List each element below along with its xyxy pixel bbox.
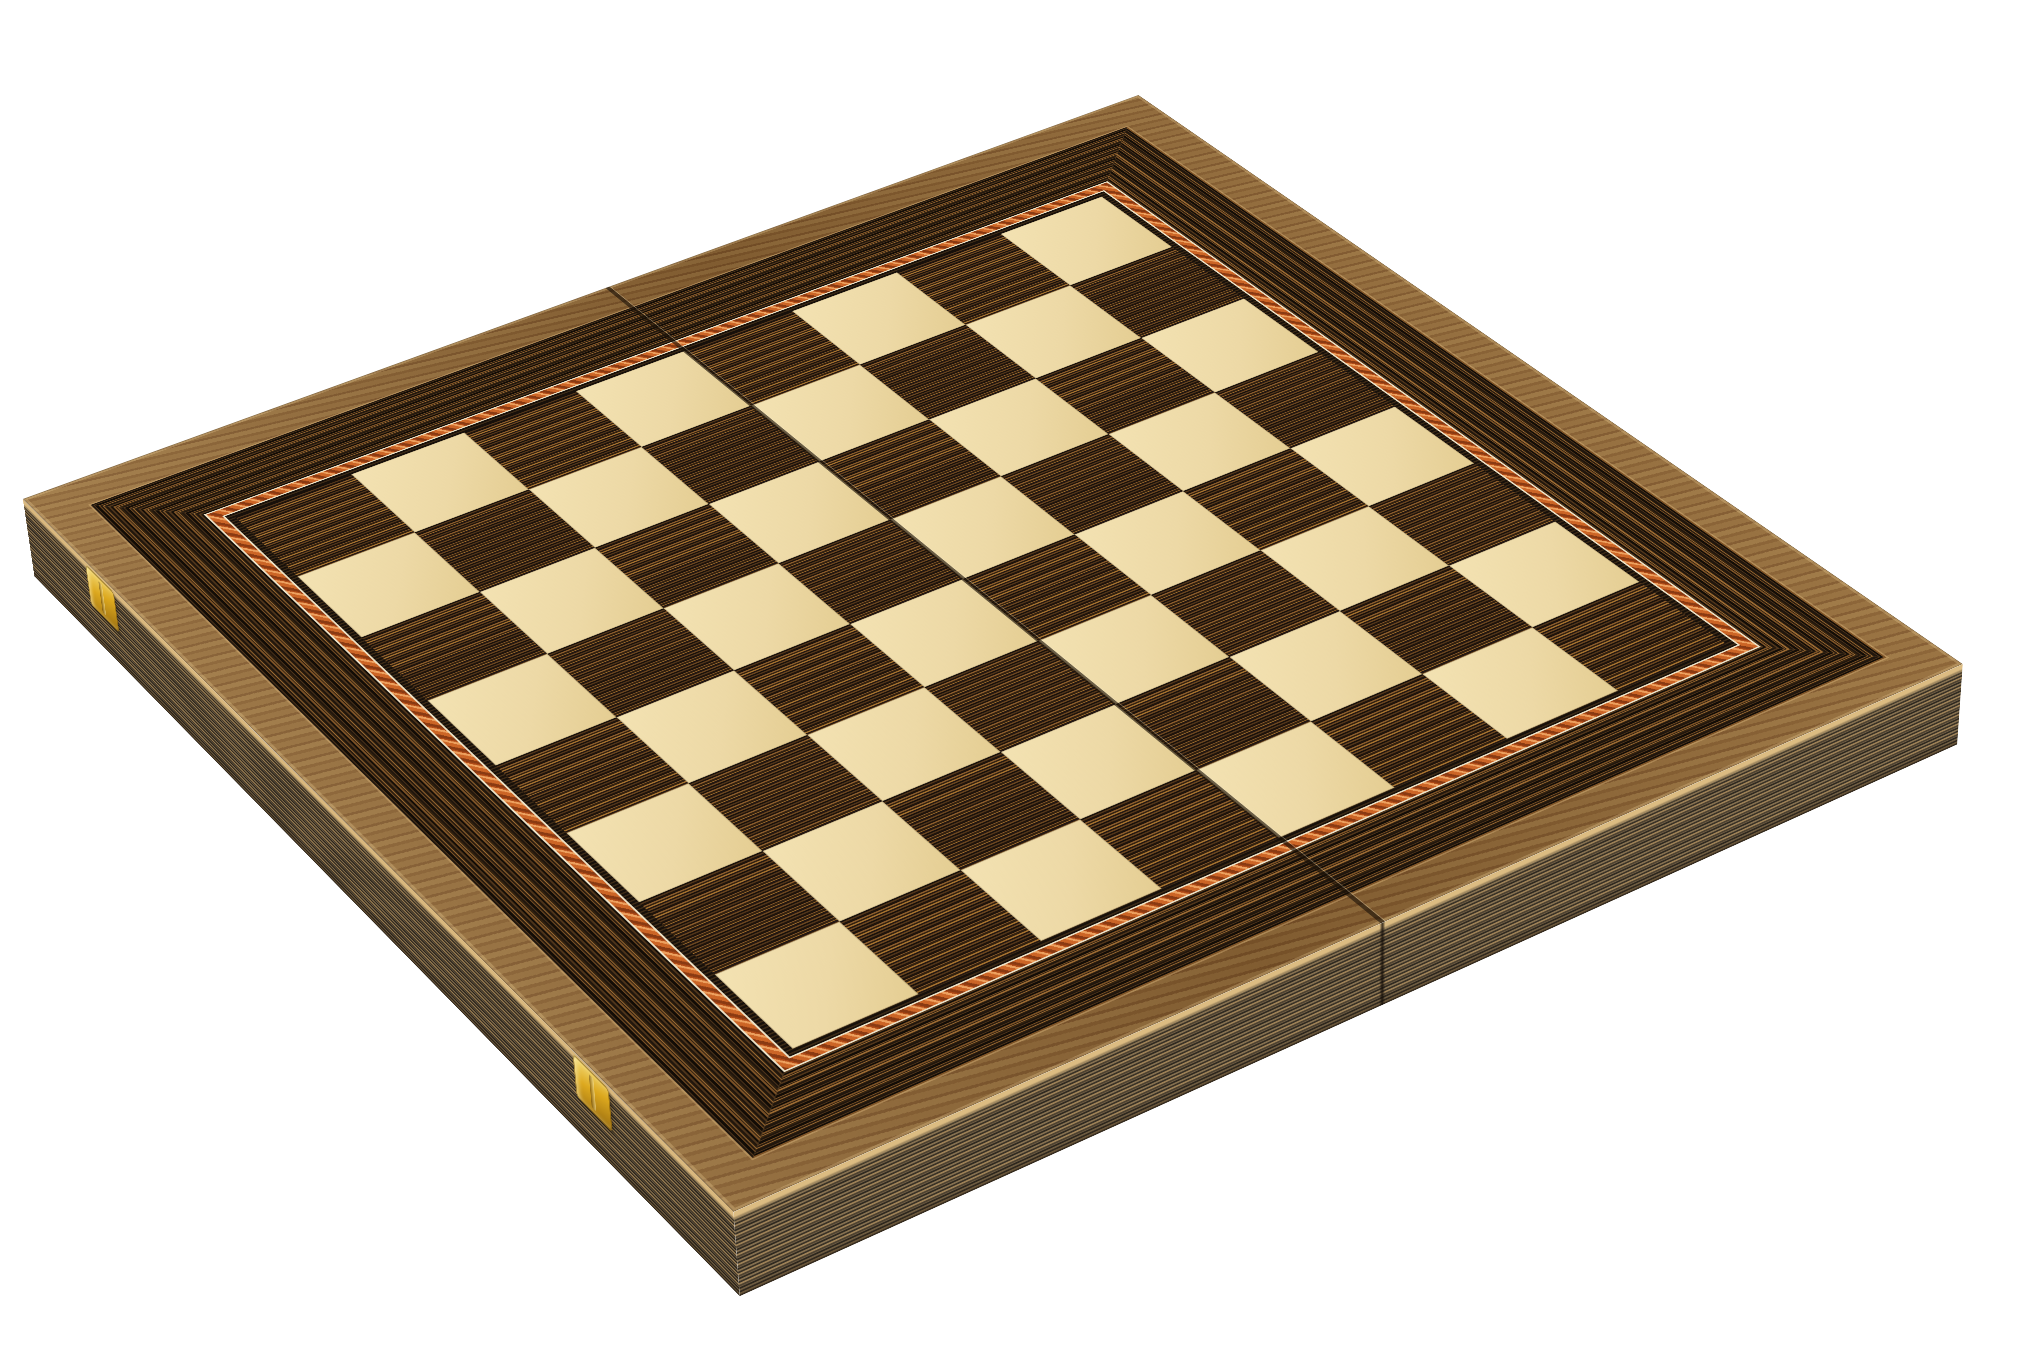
square-g2[interactable] <box>1340 566 1532 674</box>
scene <box>0 0 2044 1347</box>
square-a1[interactable] <box>715 922 919 1049</box>
square-b1[interactable] <box>839 870 1041 994</box>
square-h1[interactable] <box>1532 582 1726 691</box>
square-b3[interactable] <box>688 735 883 852</box>
square-b5[interactable] <box>547 608 734 717</box>
square-d4[interactable] <box>850 579 1039 687</box>
square-g1[interactable] <box>1422 627 1617 738</box>
square-e1[interactable] <box>1196 721 1394 837</box>
square-c1[interactable] <box>960 819 1161 941</box>
square-f1[interactable] <box>1310 674 1507 788</box>
ebony-border-bottom <box>701 616 1887 1158</box>
chess-board <box>23 95 1963 1212</box>
square-d2[interactable] <box>1000 704 1196 819</box>
square-d3[interactable] <box>924 641 1116 753</box>
fold-seam-side-gap <box>1380 921 1386 1006</box>
square-e2[interactable] <box>1116 657 1310 770</box>
square-a2[interactable] <box>639 851 839 974</box>
board-top-face <box>23 95 1963 1212</box>
square-d1[interactable] <box>1079 770 1278 889</box>
square-e3[interactable] <box>1038 595 1229 704</box>
square-b4[interactable] <box>616 670 807 783</box>
square-a4[interactable] <box>496 717 688 832</box>
square-c4[interactable] <box>734 624 924 734</box>
square-a6[interactable] <box>361 592 546 700</box>
square-c2[interactable] <box>882 752 1079 870</box>
square-b2[interactable] <box>762 801 960 921</box>
square-a3[interactable] <box>566 783 762 902</box>
square-f2[interactable] <box>1229 611 1422 721</box>
photo-backdrop <box>0 0 2044 1347</box>
square-c3[interactable] <box>807 687 1000 801</box>
square-a5[interactable] <box>427 654 616 766</box>
